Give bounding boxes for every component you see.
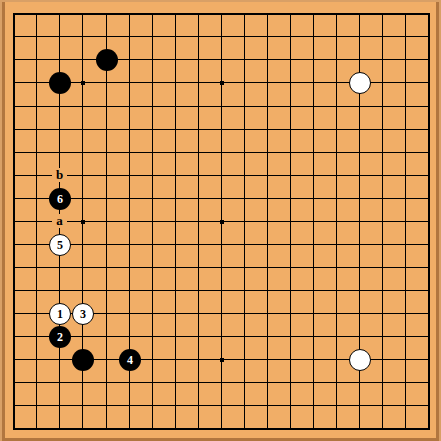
stone-black-move-2: 2 xyxy=(49,326,71,348)
label-b: b xyxy=(52,168,67,182)
stone-black-move-4: 4 xyxy=(119,349,141,371)
stone-black xyxy=(96,49,118,71)
label-a: a xyxy=(52,214,67,228)
stone-white xyxy=(349,349,371,371)
stones-and-markers: 123456ab xyxy=(0,0,441,441)
stone-black xyxy=(49,72,71,94)
go-board-diagram: 123456ab xyxy=(0,0,441,441)
stone-black xyxy=(72,349,94,371)
stone-black-move-6: 6 xyxy=(49,188,71,210)
stone-white-move-5: 5 xyxy=(49,234,71,256)
stone-white xyxy=(349,72,371,94)
stone-white-move-3: 3 xyxy=(72,303,94,325)
stone-white-move-1: 1 xyxy=(49,303,71,325)
